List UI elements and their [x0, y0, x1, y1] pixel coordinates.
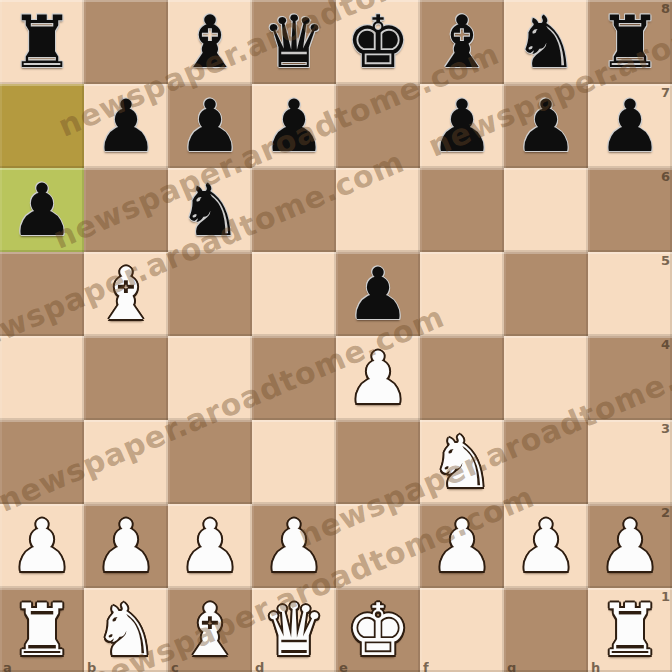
square-c4[interactable] [168, 336, 252, 420]
square-a7[interactable] [0, 84, 84, 168]
square-a6[interactable]: ♟ [0, 168, 84, 252]
square-h8[interactable]: ♜8 [588, 0, 672, 84]
white-king-piece[interactable]: ♚ [336, 588, 420, 672]
square-d7[interactable]: ♟ [252, 84, 336, 168]
square-a4[interactable] [0, 336, 84, 420]
black-rook-piece[interactable]: ♜ [588, 0, 672, 84]
black-pawn-piece[interactable]: ♟ [588, 84, 672, 168]
square-g8[interactable]: ♞ [504, 0, 588, 84]
black-pawn-piece[interactable]: ♟ [0, 168, 84, 252]
black-knight-piece[interactable]: ♞ [504, 0, 588, 84]
square-f7[interactable]: ♟ [420, 84, 504, 168]
square-e3[interactable] [336, 420, 420, 504]
chess-board: ♜♝♛♚♝♞♜8♟♟♟♟♟♟7♟♞6♝♟5♟4♞3♟♟♟♟♟♟♟2♜a♞b♝c♛… [0, 0, 672, 672]
white-queen-piece[interactable]: ♛ [252, 588, 336, 672]
square-c5[interactable] [168, 252, 252, 336]
black-bishop-piece[interactable]: ♝ [168, 0, 252, 84]
white-pawn-piece[interactable]: ♟ [168, 504, 252, 588]
black-pawn-piece[interactable]: ♟ [84, 84, 168, 168]
black-pawn-piece[interactable]: ♟ [420, 84, 504, 168]
square-a1[interactable]: ♜a [0, 588, 84, 672]
black-knight-piece[interactable]: ♞ [168, 168, 252, 252]
square-g1[interactable]: g [504, 588, 588, 672]
rank-label-3: 3 [661, 421, 670, 436]
square-g7[interactable]: ♟ [504, 84, 588, 168]
square-b3[interactable] [84, 420, 168, 504]
white-bishop-piece[interactable]: ♝ [84, 252, 168, 336]
square-c3[interactable] [168, 420, 252, 504]
square-f3[interactable]: ♞ [420, 420, 504, 504]
black-queen-piece[interactable]: ♛ [252, 0, 336, 84]
white-pawn-piece[interactable]: ♟ [252, 504, 336, 588]
square-g5[interactable] [504, 252, 588, 336]
square-e8[interactable]: ♚ [336, 0, 420, 84]
square-d8[interactable]: ♛ [252, 0, 336, 84]
rank-label-6: 6 [661, 169, 670, 184]
square-a3[interactable] [0, 420, 84, 504]
square-h6[interactable]: 6 [588, 168, 672, 252]
square-b5[interactable]: ♝ [84, 252, 168, 336]
square-b4[interactable] [84, 336, 168, 420]
square-c2[interactable]: ♟ [168, 504, 252, 588]
white-pawn-piece[interactable]: ♟ [420, 504, 504, 588]
white-rook-piece[interactable]: ♜ [0, 588, 84, 672]
white-pawn-piece[interactable]: ♟ [336, 336, 420, 420]
square-h1[interactable]: ♜1h [588, 588, 672, 672]
square-f2[interactable]: ♟ [420, 504, 504, 588]
square-h4[interactable]: 4 [588, 336, 672, 420]
black-pawn-piece[interactable]: ♟ [168, 84, 252, 168]
rank-label-4: 4 [661, 337, 670, 352]
white-pawn-piece[interactable]: ♟ [504, 504, 588, 588]
square-f6[interactable] [420, 168, 504, 252]
file-label-g: g [507, 660, 516, 672]
square-a5[interactable] [0, 252, 84, 336]
square-b6[interactable] [84, 168, 168, 252]
square-d2[interactable]: ♟ [252, 504, 336, 588]
square-b8[interactable] [84, 0, 168, 84]
square-e4[interactable]: ♟ [336, 336, 420, 420]
square-f5[interactable] [420, 252, 504, 336]
black-king-piece[interactable]: ♚ [336, 0, 420, 84]
square-e2[interactable] [336, 504, 420, 588]
square-h2[interactable]: ♟2 [588, 504, 672, 588]
square-a2[interactable]: ♟ [0, 504, 84, 588]
square-d4[interactable] [252, 336, 336, 420]
square-e6[interactable] [336, 168, 420, 252]
square-f1[interactable]: f [420, 588, 504, 672]
square-e7[interactable] [336, 84, 420, 168]
white-knight-piece[interactable]: ♞ [420, 420, 504, 504]
square-b2[interactable]: ♟ [84, 504, 168, 588]
square-f8[interactable]: ♝ [420, 0, 504, 84]
square-h3[interactable]: 3 [588, 420, 672, 504]
square-b7[interactable]: ♟ [84, 84, 168, 168]
white-rook-piece[interactable]: ♜ [588, 588, 672, 672]
rank-label-5: 5 [661, 253, 670, 268]
square-g2[interactable]: ♟ [504, 504, 588, 588]
square-f4[interactable] [420, 336, 504, 420]
white-pawn-piece[interactable]: ♟ [84, 504, 168, 588]
square-c6[interactable]: ♞ [168, 168, 252, 252]
square-d1[interactable]: ♛d [252, 588, 336, 672]
black-bishop-piece[interactable]: ♝ [420, 0, 504, 84]
board-container: ♜♝♛♚♝♞♜8♟♟♟♟♟♟7♟♞6♝♟5♟4♞3♟♟♟♟♟♟♟2♜a♞b♝c♛… [0, 0, 672, 672]
black-pawn-piece[interactable]: ♟ [252, 84, 336, 168]
square-e1[interactable]: ♚e [336, 588, 420, 672]
file-label-f: f [423, 660, 429, 672]
square-d6[interactable] [252, 168, 336, 252]
black-pawn-piece[interactable]: ♟ [336, 252, 420, 336]
white-pawn-piece[interactable]: ♟ [588, 504, 672, 588]
square-g3[interactable] [504, 420, 588, 504]
square-g6[interactable] [504, 168, 588, 252]
square-h7[interactable]: ♟7 [588, 84, 672, 168]
white-pawn-piece[interactable]: ♟ [0, 504, 84, 588]
square-a8[interactable]: ♜ [0, 0, 84, 84]
square-b1[interactable]: ♞b [84, 588, 168, 672]
square-d3[interactable] [252, 420, 336, 504]
black-rook-piece[interactable]: ♜ [0, 0, 84, 84]
square-e5[interactable]: ♟ [336, 252, 420, 336]
square-g4[interactable] [504, 336, 588, 420]
white-bishop-piece[interactable]: ♝ [168, 588, 252, 672]
square-c1[interactable]: ♝c [168, 588, 252, 672]
square-c8[interactable]: ♝ [168, 0, 252, 84]
white-knight-piece[interactable]: ♞ [84, 588, 168, 672]
square-h5[interactable]: 5 [588, 252, 672, 336]
square-d5[interactable] [252, 252, 336, 336]
black-pawn-piece[interactable]: ♟ [504, 84, 588, 168]
square-c7[interactable]: ♟ [168, 84, 252, 168]
